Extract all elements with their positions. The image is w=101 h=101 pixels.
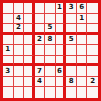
cell-r3c7[interactable] bbox=[66, 24, 77, 35]
cell-r9c9[interactable] bbox=[87, 87, 98, 98]
cell-r6c4[interactable] bbox=[35, 56, 46, 67]
cell-r3c2-given: 2 bbox=[14, 24, 25, 35]
cell-r9c2[interactable] bbox=[14, 87, 25, 98]
cell-r6c3[interactable] bbox=[24, 56, 35, 67]
cell-r5c2[interactable] bbox=[14, 45, 25, 56]
cell-r6c9[interactable] bbox=[87, 56, 98, 67]
cell-r8c3[interactable] bbox=[24, 77, 35, 88]
cell-r5c7[interactable] bbox=[66, 45, 77, 56]
cell-r1c1[interactable] bbox=[3, 3, 14, 14]
cell-r7c1-given: 3 bbox=[3, 66, 14, 77]
cell-r9c5[interactable] bbox=[45, 87, 56, 98]
cell-r5c6[interactable] bbox=[56, 45, 67, 56]
cell-r6c7[interactable] bbox=[66, 56, 77, 67]
cell-r3c5-given: 5 bbox=[45, 24, 56, 35]
cell-r1c7-given: 3 bbox=[66, 3, 77, 14]
cell-r2c1[interactable] bbox=[3, 14, 14, 25]
cell-r4c4-given: 2 bbox=[35, 35, 46, 46]
cell-r1c4[interactable] bbox=[35, 3, 46, 14]
cell-r5c1-given: 1 bbox=[3, 45, 14, 56]
cell-r7c3[interactable] bbox=[24, 66, 35, 77]
cell-r4c1[interactable] bbox=[3, 35, 14, 46]
cell-r4c3[interactable] bbox=[24, 35, 35, 46]
cell-r3c9[interactable] bbox=[87, 24, 98, 35]
cell-r8c1[interactable] bbox=[3, 77, 14, 88]
cell-r4c2[interactable] bbox=[14, 35, 25, 46]
cell-r6c6[interactable] bbox=[56, 56, 67, 67]
cell-r5c4[interactable] bbox=[35, 45, 46, 56]
cell-r5c3[interactable] bbox=[24, 45, 35, 56]
cell-r1c5[interactable] bbox=[45, 3, 56, 14]
cell-r9c6[interactable] bbox=[56, 87, 67, 98]
cell-r1c6-given: 1 bbox=[56, 3, 67, 14]
cell-r9c1[interactable] bbox=[3, 87, 14, 98]
cell-r4c8[interactable] bbox=[77, 35, 88, 46]
cell-r2c9[interactable] bbox=[87, 14, 98, 25]
cell-r7c2[interactable] bbox=[14, 66, 25, 77]
cell-r6c1[interactable] bbox=[3, 56, 14, 67]
cell-r8c8[interactable] bbox=[77, 77, 88, 88]
cell-r5c5[interactable] bbox=[45, 45, 56, 56]
cell-r3c1[interactable] bbox=[3, 24, 14, 35]
cell-r7c8[interactable] bbox=[77, 66, 88, 77]
cell-r7c4-given: 7 bbox=[35, 66, 46, 77]
cell-r4c5-given: 8 bbox=[45, 35, 56, 46]
cell-r8c2[interactable] bbox=[14, 77, 25, 88]
cell-r6c5[interactable] bbox=[45, 56, 56, 67]
cell-r2c4[interactable] bbox=[35, 14, 46, 25]
sudoku-board: 13641252851376482 bbox=[0, 0, 101, 101]
cell-r6c2[interactable] bbox=[14, 56, 25, 67]
cell-r7c5[interactable] bbox=[45, 66, 56, 77]
cell-r2c8-given: 1 bbox=[77, 14, 88, 25]
cell-r4c7-given: 5 bbox=[66, 35, 77, 46]
cell-r3c8[interactable] bbox=[77, 24, 88, 35]
cell-r3c6[interactable] bbox=[56, 24, 67, 35]
cell-r6c8[interactable] bbox=[77, 56, 88, 67]
cell-r8c5[interactable] bbox=[45, 77, 56, 88]
cell-r7c9[interactable] bbox=[87, 66, 98, 77]
cell-r2c3[interactable] bbox=[24, 14, 35, 25]
cell-r1c8-given: 6 bbox=[77, 3, 88, 14]
cell-r4c6[interactable] bbox=[56, 35, 67, 46]
cell-r9c7[interactable] bbox=[66, 87, 77, 98]
cell-r8c9-given: 2 bbox=[87, 77, 98, 88]
cell-r1c3[interactable] bbox=[24, 3, 35, 14]
cell-r5c8[interactable] bbox=[77, 45, 88, 56]
cell-r8c6[interactable] bbox=[56, 77, 67, 88]
cell-r4c9[interactable] bbox=[87, 35, 98, 46]
cell-r9c4[interactable] bbox=[35, 87, 46, 98]
cell-r1c2[interactable] bbox=[14, 3, 25, 14]
cell-r2c6[interactable] bbox=[56, 14, 67, 25]
cell-r8c7-given: 8 bbox=[66, 77, 77, 88]
cell-r3c4[interactable] bbox=[35, 24, 46, 35]
cell-r9c8[interactable] bbox=[77, 87, 88, 98]
cell-r7c6-given: 6 bbox=[56, 66, 67, 77]
cell-r5c9[interactable] bbox=[87, 45, 98, 56]
cell-r9c3[interactable] bbox=[24, 87, 35, 98]
cell-r3c3[interactable] bbox=[24, 24, 35, 35]
cell-r2c7[interactable] bbox=[66, 14, 77, 25]
cell-r1c9[interactable] bbox=[87, 3, 98, 14]
cell-r7c7[interactable] bbox=[66, 66, 77, 77]
cell-r8c4-given: 4 bbox=[35, 77, 46, 88]
